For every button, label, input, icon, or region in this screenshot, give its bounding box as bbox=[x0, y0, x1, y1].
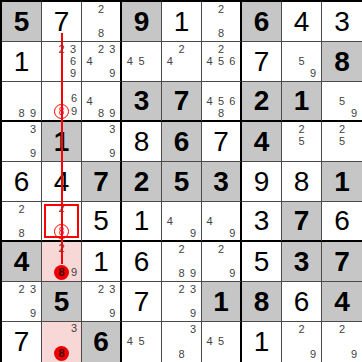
cell-r8c2[interactable]: 5 bbox=[42, 282, 82, 322]
cell-r5c5[interactable]: 5 bbox=[162, 162, 202, 202]
candidates-r6c5: 49 bbox=[162, 202, 201, 240]
solved-digit: 5 bbox=[93, 207, 109, 235]
solved-digit: 6 bbox=[334, 207, 350, 235]
candidate-4[interactable]: 4 bbox=[204, 55, 215, 67]
candidate-2[interactable]: 2 bbox=[176, 243, 188, 255]
cell-r3c3[interactable]: 489 bbox=[82, 82, 122, 122]
candidate-2[interactable]: 2 bbox=[215, 43, 226, 55]
given-digit: 7 bbox=[174, 87, 190, 115]
cell-r2c6[interactable]: 2456 bbox=[202, 42, 242, 82]
cell-r8c7[interactable]: 8 bbox=[242, 282, 282, 322]
candidate-2[interactable]: 2 bbox=[296, 123, 308, 135]
candidates-r3c3: 489 bbox=[82, 82, 120, 120]
candidate-2[interactable]: 2 bbox=[296, 323, 308, 336]
candidate-5[interactable]: 5 bbox=[336, 135, 348, 147]
solved-digit: 1 bbox=[134, 207, 150, 235]
cell-r8c9[interactable]: 4 bbox=[322, 282, 362, 322]
candidate-5[interactable]: 5 bbox=[296, 135, 308, 147]
candidates-r4c1: 39 bbox=[2, 122, 41, 161]
candidates-r2c6: 2456 bbox=[202, 42, 240, 81]
candidate-9[interactable]: 9 bbox=[69, 104, 79, 119]
candidate-5[interactable]: 5 bbox=[136, 55, 148, 67]
cell-r6c1[interactable]: 28 bbox=[2, 202, 42, 242]
candidate-4[interactable]: 4 bbox=[84, 55, 95, 67]
cell-r6c8[interactable]: 7 bbox=[282, 202, 322, 242]
given-digit: 3 bbox=[134, 87, 150, 115]
candidate-2[interactable]: 2 bbox=[176, 283, 188, 295]
given-digit: 1 bbox=[54, 128, 70, 156]
cell-r1c1[interactable]: 5 bbox=[2, 2, 42, 42]
candidate-2[interactable]: 2 bbox=[336, 123, 348, 135]
candidate-9[interactable]: 9 bbox=[348, 348, 360, 361]
candidate-2[interactable]: 2 bbox=[215, 243, 226, 255]
cell-r7c1[interactable]: 4 bbox=[2, 242, 42, 282]
cell-r2c7[interactable]: 7 bbox=[242, 42, 282, 82]
candidate-2[interactable]: 2 bbox=[16, 283, 28, 295]
cell-r4c9[interactable]: 25 bbox=[322, 122, 362, 162]
cell-r9c3[interactable]: 6 bbox=[82, 322, 122, 362]
candidate-9[interactable]: 9 bbox=[307, 68, 319, 80]
candidate-6[interactable]: 6 bbox=[227, 95, 238, 107]
candidate-4[interactable]: 4 bbox=[204, 336, 215, 349]
candidates-r2c2: 2369 bbox=[42, 42, 81, 81]
eliminated-candidate-circle-8[interactable]: 8 bbox=[54, 104, 69, 119]
candidates-r9c9: 29 bbox=[322, 322, 362, 362]
cell-r6c4[interactable]: 1 bbox=[122, 202, 162, 242]
candidate-4[interactable]: 4 bbox=[84, 95, 95, 107]
given-digit: 6 bbox=[93, 328, 109, 356]
cell-r1c6[interactable]: 28 bbox=[202, 2, 242, 42]
candidate-4[interactable]: 4 bbox=[124, 336, 136, 349]
candidates-r3c6: 4568 bbox=[202, 82, 240, 120]
candidate-4[interactable]: 4 bbox=[164, 55, 176, 67]
cell-r1c2[interactable]: 7 bbox=[42, 2, 82, 42]
candidate-9[interactable]: 9 bbox=[187, 268, 199, 280]
cell-r9c1[interactable]: 7 bbox=[2, 322, 42, 362]
solved-digit: 8 bbox=[134, 128, 150, 156]
cell-r8c8[interactable]: 6 bbox=[282, 282, 322, 322]
cell-r7c9[interactable]: 7 bbox=[322, 242, 362, 282]
candidates-r9c4: 45 bbox=[122, 322, 161, 362]
solved-digit: 7 bbox=[54, 8, 70, 36]
candidates-r9c2: 38 bbox=[42, 322, 81, 362]
candidate-5[interactable]: 5 bbox=[336, 95, 348, 107]
cell-r8c1[interactable]: 239 bbox=[2, 282, 42, 322]
candidates-r3c1: 89 bbox=[2, 82, 41, 120]
cell-r2c8[interactable]: 59 bbox=[282, 42, 322, 82]
candidates-r8c3: 239 bbox=[82, 282, 120, 321]
solved-digit: 1 bbox=[174, 8, 190, 36]
solved-digit: 7 bbox=[254, 48, 270, 76]
candidate-2[interactable]: 2 bbox=[54, 203, 69, 214]
candidate-9[interactable]: 9 bbox=[27, 308, 39, 320]
cell-r5c9[interactable]: 1 bbox=[322, 162, 362, 202]
given-digit: 4 bbox=[254, 128, 270, 156]
candidates-r9c8: 29 bbox=[282, 322, 321, 362]
cell-r4c1[interactable]: 39 bbox=[2, 122, 42, 162]
candidates-r3c9: 59 bbox=[322, 82, 362, 120]
given-digit: 1 bbox=[294, 87, 310, 115]
cell-r3c2[interactable]: 689 bbox=[42, 82, 82, 122]
cell-r5c2[interactable]: 4 bbox=[42, 162, 82, 202]
candidate-2[interactable]: 2 bbox=[336, 323, 348, 336]
solved-digit: 7 bbox=[134, 288, 150, 316]
candidate-9[interactable]: 9 bbox=[107, 107, 118, 119]
cell-r2c5[interactable]: 24 bbox=[162, 42, 202, 82]
cell-r6c6[interactable]: 49 bbox=[202, 202, 242, 242]
candidate-2[interactable]: 2 bbox=[95, 43, 106, 55]
candidates-r9c6: 45 bbox=[202, 322, 240, 362]
given-digit: 8 bbox=[334, 48, 350, 76]
candidate-5[interactable]: 5 bbox=[215, 55, 226, 67]
cell-r9c5[interactable]: 38 bbox=[162, 322, 202, 362]
cell-r2c3[interactable]: 2349 bbox=[82, 42, 122, 82]
given-digit: 3 bbox=[294, 248, 310, 276]
solved-digit: 7 bbox=[213, 128, 229, 156]
candidate-8[interactable]: 8 bbox=[215, 28, 226, 40]
candidates-r2c5: 24 bbox=[162, 42, 201, 81]
cell-r2c2[interactable]: 2369 bbox=[42, 42, 82, 82]
candidate-3[interactable]: 3 bbox=[107, 123, 118, 135]
candidate-3[interactable]: 3 bbox=[69, 323, 79, 335]
given-digit: 5 bbox=[174, 168, 190, 196]
cell-r5c8[interactable]: 8 bbox=[282, 162, 322, 202]
candidate-9[interactable]: 9 bbox=[187, 227, 199, 239]
candidate-3[interactable]: 3 bbox=[187, 283, 199, 295]
candidates-r3c2: 689 bbox=[42, 82, 81, 120]
cell-r6c2[interactable]: 28 bbox=[42, 202, 82, 242]
placement-candidate-disc-8[interactable]: 8 bbox=[54, 265, 69, 280]
solved-digit: 6 bbox=[134, 248, 150, 276]
candidates-r1c3: 28 bbox=[82, 2, 120, 41]
candidates-r2c3: 2349 bbox=[82, 42, 120, 81]
sudoku-board: 5728912864312369234945242456759889689489… bbox=[0, 0, 362, 362]
candidate-3[interactable]: 3 bbox=[107, 283, 118, 295]
cell-r3c7[interactable]: 2 bbox=[242, 82, 282, 122]
cell-r5c7[interactable]: 9 bbox=[242, 162, 282, 202]
candidate-9[interactable]: 9 bbox=[107, 148, 118, 160]
cell-r8c5[interactable]: 239 bbox=[162, 282, 202, 322]
candidates-r7c6: 29 bbox=[202, 242, 240, 281]
cell-r7c7[interactable]: 5 bbox=[242, 242, 282, 282]
candidate-3[interactable]: 3 bbox=[27, 123, 39, 135]
solved-digit: 4 bbox=[294, 8, 310, 36]
candidate-9[interactable]: 9 bbox=[227, 268, 238, 280]
candidate-8[interactable]: 8 bbox=[176, 268, 188, 280]
given-digit: 7 bbox=[294, 207, 310, 235]
cell-r5c6[interactable]: 3 bbox=[202, 162, 242, 202]
candidates-r6c6: 49 bbox=[202, 202, 240, 240]
cell-r5c3[interactable]: 7 bbox=[82, 162, 122, 202]
cell-r5c1[interactable]: 6 bbox=[2, 162, 42, 202]
cell-r4c6[interactable]: 7 bbox=[202, 122, 242, 162]
cell-r3c4[interactable]: 3 bbox=[122, 82, 162, 122]
candidates-r7c5: 289 bbox=[162, 242, 201, 281]
cell-r7c8[interactable]: 3 bbox=[282, 242, 322, 282]
candidate-3[interactable]: 3 bbox=[107, 43, 118, 55]
given-digit: 2 bbox=[254, 87, 270, 115]
given-digit: 1 bbox=[334, 168, 350, 196]
given-digit: 8 bbox=[254, 288, 270, 316]
given-digit: 1 bbox=[213, 288, 229, 316]
cell-r6c9[interactable]: 6 bbox=[322, 202, 362, 242]
cell-r3c8[interactable]: 1 bbox=[282, 82, 322, 122]
candidate-8[interactable]: 8 bbox=[16, 227, 28, 239]
candidate-9[interactable]: 9 bbox=[227, 227, 238, 239]
solved-digit: 9 bbox=[254, 168, 270, 196]
solved-digit: 3 bbox=[334, 8, 350, 36]
candidate-2[interactable]: 2 bbox=[215, 3, 226, 15]
candidate-4[interactable]: 4 bbox=[164, 215, 176, 227]
candidate-6[interactable]: 6 bbox=[69, 93, 79, 104]
solved-digit: 1 bbox=[93, 248, 109, 276]
candidate-5[interactable]: 5 bbox=[215, 95, 226, 107]
cell-r6c5[interactable]: 49 bbox=[162, 202, 202, 242]
cell-r3c1[interactable]: 89 bbox=[2, 82, 42, 122]
cell-r1c7[interactable]: 6 bbox=[242, 2, 282, 42]
cell-r4c8[interactable]: 25 bbox=[282, 122, 322, 162]
cell-r1c4[interactable]: 9 bbox=[122, 2, 162, 42]
cell-r8c4[interactable]: 7 bbox=[122, 282, 162, 322]
candidate-9[interactable]: 9 bbox=[187, 308, 199, 320]
cell-r6c7[interactable]: 3 bbox=[242, 202, 282, 242]
candidate-2[interactable]: 2 bbox=[176, 43, 188, 55]
cell-r3c9[interactable]: 59 bbox=[322, 82, 362, 122]
cell-r9c7[interactable]: 1 bbox=[242, 322, 282, 362]
candidate-3[interactable]: 3 bbox=[67, 43, 79, 55]
candidates-r4c9: 25 bbox=[322, 122, 362, 161]
cell-r7c2[interactable]: 289 bbox=[42, 242, 82, 282]
candidates-r4c3: 39 bbox=[82, 122, 120, 161]
cell-r9c9[interactable]: 29 bbox=[322, 322, 362, 362]
solved-digit: 3 bbox=[254, 207, 270, 235]
eliminated-candidate-circle-8[interactable]: 8 bbox=[54, 224, 69, 239]
given-digit: 9 bbox=[134, 8, 150, 36]
candidate-8[interactable]: 8 bbox=[176, 348, 188, 361]
given-digit: 4 bbox=[14, 248, 30, 276]
cell-r5c4[interactable]: 2 bbox=[122, 162, 162, 202]
candidate-8[interactable]: 8 bbox=[95, 107, 106, 119]
cell-r7c3[interactable]: 1 bbox=[82, 242, 122, 282]
candidate-9[interactable]: 9 bbox=[107, 308, 118, 320]
candidates-r8c5: 239 bbox=[162, 282, 201, 321]
candidate-3[interactable]: 3 bbox=[187, 323, 199, 336]
given-digit: 5 bbox=[54, 288, 70, 316]
candidate-2[interactable]: 2 bbox=[16, 203, 28, 215]
cell-r3c5[interactable]: 7 bbox=[162, 82, 202, 122]
solved-digit: 4 bbox=[54, 168, 70, 196]
cell-r7c4[interactable]: 6 bbox=[122, 242, 162, 282]
candidate-5[interactable]: 5 bbox=[215, 336, 226, 349]
candidates-r1c6: 28 bbox=[202, 2, 240, 41]
cell-r9c2[interactable]: 38 bbox=[42, 322, 82, 362]
cell-r4c4[interactable]: 8 bbox=[122, 122, 162, 162]
candidate-5[interactable]: 5 bbox=[136, 336, 148, 349]
candidate-5[interactable]: 5 bbox=[296, 55, 308, 67]
solved-digit: 1 bbox=[14, 48, 30, 76]
solved-digit: 8 bbox=[294, 168, 310, 196]
cell-r7c6[interactable]: 29 bbox=[202, 242, 242, 282]
candidates-r6c1: 28 bbox=[2, 202, 41, 240]
candidate-9[interactable]: 9 bbox=[107, 68, 118, 80]
candidates-r8c1: 239 bbox=[2, 282, 41, 321]
cell-r7c5[interactable]: 289 bbox=[162, 242, 202, 282]
solved-digit: 7 bbox=[14, 328, 30, 356]
cell-r4c5[interactable]: 6 bbox=[162, 122, 202, 162]
candidate-4[interactable]: 4 bbox=[124, 55, 136, 67]
candidate-2[interactable]: 2 bbox=[95, 3, 106, 15]
cell-r2c1[interactable]: 1 bbox=[2, 42, 42, 82]
cell-r8c6[interactable]: 1 bbox=[202, 282, 242, 322]
given-digit: 2 bbox=[134, 168, 150, 196]
solved-digit: 6 bbox=[14, 168, 30, 196]
cell-r9c4[interactable]: 45 bbox=[122, 322, 162, 362]
candidate-4[interactable]: 4 bbox=[204, 95, 215, 107]
solved-digit: 1 bbox=[254, 328, 270, 356]
cell-r6c3[interactable]: 5 bbox=[82, 202, 122, 242]
solved-digit: 6 bbox=[294, 288, 310, 316]
cell-r9c8[interactable]: 29 bbox=[282, 322, 322, 362]
candidate-2[interactable]: 2 bbox=[56, 43, 68, 55]
candidates-r2c8: 59 bbox=[282, 42, 321, 81]
cell-r8c3[interactable]: 239 bbox=[82, 282, 122, 322]
cell-r4c3[interactable]: 39 bbox=[82, 122, 122, 162]
candidate-8[interactable]: 8 bbox=[95, 28, 106, 40]
candidate-3[interactable]: 3 bbox=[27, 283, 39, 295]
cell-r1c5[interactable]: 1 bbox=[162, 2, 202, 42]
given-digit: 4 bbox=[334, 288, 350, 316]
candidates-r7c2: 289 bbox=[42, 242, 81, 281]
given-digit: 3 bbox=[213, 168, 229, 196]
candidate-8[interactable]: 8 bbox=[215, 107, 226, 119]
cell-r1c3[interactable]: 28 bbox=[82, 2, 122, 42]
candidate-8[interactable]: 8 bbox=[16, 107, 28, 119]
candidate-6[interactable]: 6 bbox=[227, 55, 238, 67]
candidate-9[interactable]: 9 bbox=[307, 348, 319, 361]
given-digit: 5 bbox=[14, 8, 30, 36]
cell-r9c6[interactable]: 45 bbox=[202, 322, 242, 362]
candidate-9[interactable]: 9 bbox=[67, 68, 79, 80]
placement-candidate-disc-8[interactable]: 8 bbox=[54, 346, 69, 361]
cell-r2c9[interactable]: 8 bbox=[322, 42, 362, 82]
candidates-r9c5: 38 bbox=[162, 322, 201, 362]
given-digit: 7 bbox=[334, 248, 350, 276]
given-digit: 6 bbox=[254, 8, 270, 36]
cell-r4c2[interactable]: 1 bbox=[42, 122, 82, 162]
candidate-9[interactable]: 9 bbox=[27, 148, 39, 160]
cell-r1c8[interactable]: 4 bbox=[282, 2, 322, 42]
given-digit: 7 bbox=[93, 168, 109, 196]
cell-r1c9[interactable]: 3 bbox=[322, 2, 362, 42]
cell-r4c7[interactable]: 4 bbox=[242, 122, 282, 162]
candidates-r2c4: 45 bbox=[122, 42, 161, 81]
candidate-4[interactable]: 4 bbox=[204, 215, 215, 227]
candidate-9[interactable]: 9 bbox=[348, 107, 360, 119]
candidate-2[interactable]: 2 bbox=[95, 283, 106, 295]
candidates-r4c8: 25 bbox=[282, 122, 321, 161]
candidate-9[interactable]: 9 bbox=[69, 265, 79, 280]
candidate-6[interactable]: 6 bbox=[67, 55, 79, 67]
given-digit: 6 bbox=[174, 128, 190, 156]
solved-digit: 5 bbox=[254, 248, 270, 276]
candidate-2[interactable]: 2 bbox=[54, 243, 69, 254]
cell-r3c6[interactable]: 4568 bbox=[202, 82, 242, 122]
candidate-9[interactable]: 9 bbox=[27, 107, 39, 119]
cell-r2c4[interactable]: 45 bbox=[122, 42, 162, 82]
candidates-r6c2: 28 bbox=[42, 202, 81, 240]
